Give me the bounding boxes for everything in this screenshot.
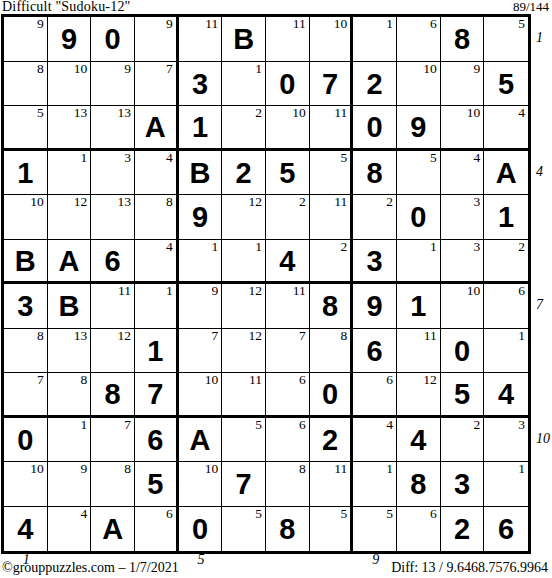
cell-hint: 13 bbox=[74, 106, 88, 121]
cell-r11c3[interactable]: 8 bbox=[91, 462, 135, 507]
col-label-1: 1 bbox=[23, 552, 30, 568]
cell-r2c5[interactable]: 3 bbox=[179, 62, 223, 107]
cell-hint: 6 bbox=[166, 507, 173, 522]
cell-r1c9[interactable]: 1 bbox=[353, 17, 397, 62]
cell-value: 8 bbox=[410, 470, 426, 499]
cell-value: 9 bbox=[367, 292, 383, 321]
cell-r4c3[interactable]: 3 bbox=[91, 151, 135, 196]
cell-hint: 12 bbox=[249, 195, 263, 210]
cell-r12c2[interactable]: 4 bbox=[48, 507, 92, 552]
cell-r10c1[interactable]: 0 bbox=[4, 418, 48, 463]
cell-r11c2[interactable]: 9 bbox=[48, 462, 92, 507]
row-label-1: 1 bbox=[536, 30, 543, 46]
cell-hint: 5 bbox=[518, 17, 525, 32]
row-label-10: 10 bbox=[536, 431, 550, 447]
cell-r7c3[interactable]: 11 bbox=[91, 284, 135, 329]
cell-r8c3[interactable]: 12 bbox=[91, 329, 135, 374]
cell-r1c10[interactable]: 6 bbox=[397, 17, 441, 62]
cell-hint: 1 bbox=[255, 62, 262, 77]
cell-r12c12[interactable]: 6 bbox=[484, 507, 528, 552]
cell-hint: 10 bbox=[205, 462, 219, 477]
cell-r4c9[interactable]: 8 bbox=[353, 151, 397, 196]
cell-hint: 3 bbox=[474, 240, 481, 255]
cell-r10c5[interactable]: A bbox=[179, 418, 223, 463]
cell-r12c3[interactable]: A bbox=[91, 507, 135, 552]
cell-r6c11[interactable]: 3 bbox=[441, 240, 485, 285]
cell-r7c5[interactable]: 9 bbox=[179, 284, 223, 329]
cell-r11c4[interactable]: 5 bbox=[135, 462, 179, 507]
cell-r5c9[interactable]: 2 bbox=[353, 195, 397, 240]
cell-r9c11[interactable]: 5 bbox=[441, 373, 485, 418]
cell-hint: 6 bbox=[430, 17, 437, 32]
cell-r5c6[interactable]: 12 bbox=[222, 195, 266, 240]
cell-r5c11[interactable]: 3 bbox=[441, 195, 485, 240]
cell-hint: 2 bbox=[299, 195, 306, 210]
cell-hint: 9 bbox=[166, 17, 173, 32]
cell-hint: 2 bbox=[474, 418, 481, 433]
cell-value: 5 bbox=[498, 70, 514, 99]
cell-value: A bbox=[145, 113, 166, 142]
cell-hint: 6 bbox=[518, 284, 525, 299]
cell-hint: 6 bbox=[299, 373, 306, 388]
cell-r2c8[interactable]: 7 bbox=[310, 62, 354, 107]
cell-hint: 5 bbox=[255, 507, 262, 522]
cell-hint: 10 bbox=[334, 17, 348, 32]
cell-r7c2[interactable]: B bbox=[48, 284, 92, 329]
cell-r7c4[interactable]: 1 bbox=[135, 284, 179, 329]
cell-r3c4[interactable]: A bbox=[135, 106, 179, 151]
cell-hint: 2 bbox=[518, 240, 525, 255]
cell-hint: 5 bbox=[37, 106, 44, 121]
cell-hint: 12 bbox=[249, 329, 263, 344]
cell-hint: 10 bbox=[423, 62, 437, 77]
sudoku-page: Difficult "Sudoku-12" 89/144 990911B1110… bbox=[0, 0, 552, 578]
cell-hint: 8 bbox=[299, 462, 306, 477]
cell-r4c11[interactable]: 4 bbox=[441, 151, 485, 196]
cell-hint: 7 bbox=[212, 329, 219, 344]
cell-r5c10[interactable]: 0 bbox=[397, 195, 441, 240]
cell-r9c12[interactable]: 4 bbox=[484, 373, 528, 418]
cell-r6c6[interactable]: 1 bbox=[222, 240, 266, 285]
cell-value: 9 bbox=[192, 203, 208, 232]
cell-value: 0 bbox=[105, 25, 121, 54]
cell-r1c8[interactable]: 10 bbox=[310, 17, 354, 62]
cell-value: B bbox=[233, 25, 254, 54]
cell-hint: 8 bbox=[341, 329, 348, 344]
cell-hint: 11 bbox=[334, 195, 347, 210]
cell-r8c4[interactable]: 1 bbox=[135, 329, 179, 374]
cell-value: 5 bbox=[147, 470, 163, 499]
cell-r7c9[interactable]: 9 bbox=[353, 284, 397, 329]
cell-r4c6[interactable]: 2 bbox=[222, 151, 266, 196]
cell-r5c1[interactable]: 10 bbox=[4, 195, 48, 240]
cell-hint: 4 bbox=[166, 151, 173, 166]
cell-value: B bbox=[190, 159, 211, 188]
cell-r11c10[interactable]: 8 bbox=[397, 462, 441, 507]
col-label-5: 5 bbox=[198, 552, 205, 568]
cell-value: 0 bbox=[454, 337, 470, 366]
cell-value: 1 bbox=[192, 113, 208, 142]
cell-hint: 4 bbox=[386, 418, 393, 433]
cell-hint: 1 bbox=[212, 240, 219, 255]
cell-hint: 1 bbox=[255, 240, 262, 255]
cell-r3c10[interactable]: 9 bbox=[397, 106, 441, 151]
cell-value: 2 bbox=[322, 426, 338, 455]
cell-r7c6[interactable]: 12 bbox=[222, 284, 266, 329]
cell-r8c11[interactable]: 0 bbox=[441, 329, 485, 374]
cell-hint: 8 bbox=[81, 373, 88, 388]
cell-r8c5[interactable]: 7 bbox=[179, 329, 223, 374]
cell-value: 5 bbox=[454, 380, 470, 409]
cell-value: 2 bbox=[454, 515, 470, 544]
cell-value: 6 bbox=[105, 247, 121, 276]
cell-hint: 8 bbox=[37, 62, 44, 77]
cell-r10c2[interactable]: 1 bbox=[48, 418, 92, 463]
cell-r1c4[interactable]: 9 bbox=[135, 17, 179, 62]
cell-hint: 9 bbox=[81, 462, 88, 477]
cell-value: A bbox=[496, 159, 517, 188]
cell-value: A bbox=[59, 247, 80, 276]
cell-hint: 9 bbox=[124, 62, 131, 77]
cell-hint: 2 bbox=[386, 195, 393, 210]
cell-value: 0 bbox=[192, 515, 208, 544]
puzzle-title: Difficult "Sudoku-12" bbox=[2, 0, 131, 15]
remaining-counter: 89/144 bbox=[513, 0, 549, 15]
cell-r12c7[interactable]: 8 bbox=[266, 507, 310, 552]
cell-value: 4 bbox=[279, 247, 295, 276]
cell-r9c1[interactable]: 7 bbox=[4, 373, 48, 418]
cell-hint: 13 bbox=[118, 106, 132, 121]
cell-r6c3[interactable]: 6 bbox=[91, 240, 135, 285]
cell-r12c10[interactable]: 6 bbox=[397, 507, 441, 552]
cell-r2c3[interactable]: 9 bbox=[91, 62, 135, 107]
cell-value: 0 bbox=[17, 426, 33, 455]
cell-hint: 13 bbox=[74, 329, 88, 344]
cell-r7c8[interactable]: 8 bbox=[310, 284, 354, 329]
cell-r12c11[interactable]: 2 bbox=[441, 507, 485, 552]
cell-hint: 12 bbox=[74, 195, 88, 210]
cell-r8c7[interactable]: 7 bbox=[266, 329, 310, 374]
cell-r9c6[interactable]: 11 bbox=[222, 373, 266, 418]
cell-r5c3[interactable]: 13 bbox=[91, 195, 135, 240]
difficulty-text: Diff: 13 / 9.6468.7576.9964 bbox=[391, 560, 548, 576]
cell-hint: 5 bbox=[341, 151, 348, 166]
cell-r1c7[interactable]: 11 bbox=[266, 17, 310, 62]
cell-value: 3 bbox=[454, 470, 470, 499]
cell-r12c9[interactable]: 5 bbox=[353, 507, 397, 552]
cell-r8c1[interactable]: 8 bbox=[4, 329, 48, 374]
cell-hint: 4 bbox=[81, 507, 88, 522]
cell-hint: 9 bbox=[37, 17, 44, 32]
cell-r4c4[interactable]: 4 bbox=[135, 151, 179, 196]
cell-hint: 7 bbox=[124, 418, 131, 433]
cell-r10c9[interactable]: 4 bbox=[353, 418, 397, 463]
cell-hint: 9 bbox=[474, 62, 481, 77]
cell-hint: 3 bbox=[124, 151, 131, 166]
cell-r6c2[interactable]: A bbox=[48, 240, 92, 285]
cell-r10c7[interactable]: 6 bbox=[266, 418, 310, 463]
cell-value: 7 bbox=[236, 470, 252, 499]
cell-r11c8[interactable]: 11 bbox=[310, 462, 354, 507]
cell-r12c5[interactable]: 0 bbox=[179, 507, 223, 552]
cell-value: 2 bbox=[236, 159, 252, 188]
cell-r7c7[interactable]: 11 bbox=[266, 284, 310, 329]
cell-value: 8 bbox=[454, 25, 470, 54]
cell-r8c8[interactable]: 8 bbox=[310, 329, 354, 374]
cell-r1c11[interactable]: 8 bbox=[441, 17, 485, 62]
cell-hint: 10 bbox=[292, 106, 306, 121]
cell-r3c6[interactable]: 2 bbox=[222, 106, 266, 151]
cell-r10c6[interactable]: 5 bbox=[222, 418, 266, 463]
cell-hint: 6 bbox=[386, 373, 393, 388]
sudoku-board: 990911B111016858109731072109551313A12101… bbox=[1, 14, 531, 554]
cell-r12c1[interactable]: 4 bbox=[4, 507, 48, 552]
cell-hint: 10 bbox=[30, 462, 44, 477]
cell-r11c7[interactable]: 8 bbox=[266, 462, 310, 507]
cell-hint: 11 bbox=[205, 17, 218, 32]
cell-r12c8[interactable]: 5 bbox=[310, 507, 354, 552]
cell-hint: 9 bbox=[212, 284, 219, 299]
cell-value: 9 bbox=[61, 25, 77, 54]
cell-hint: 4 bbox=[518, 106, 525, 121]
cell-r12c4[interactable]: 6 bbox=[135, 507, 179, 552]
cell-r8c2[interactable]: 13 bbox=[48, 329, 92, 374]
cell-r4c8[interactable]: 5 bbox=[310, 151, 354, 196]
cell-r4c2[interactable]: 1 bbox=[48, 151, 92, 196]
cell-r11c11[interactable]: 3 bbox=[441, 462, 485, 507]
cell-r4c7[interactable]: 5 bbox=[266, 151, 310, 196]
cell-r11c1[interactable]: 10 bbox=[4, 462, 48, 507]
cell-r4c12[interactable]: A bbox=[484, 151, 528, 196]
cell-r3c5[interactable]: 1 bbox=[179, 106, 223, 151]
cell-r3c1[interactable]: 5 bbox=[4, 106, 48, 151]
cell-r6c9[interactable]: 3 bbox=[353, 240, 397, 285]
cell-value: B bbox=[59, 292, 80, 321]
cell-r8c6[interactable]: 12 bbox=[222, 329, 266, 374]
cell-hint: 12 bbox=[423, 373, 437, 388]
cell-hint: 1 bbox=[81, 418, 88, 433]
cell-hint: 7 bbox=[299, 329, 306, 344]
cell-value: A bbox=[102, 515, 123, 544]
cell-r6c4[interactable]: 4 bbox=[135, 240, 179, 285]
cell-r3c2[interactable]: 13 bbox=[48, 106, 92, 151]
cell-r3c9[interactable]: 0 bbox=[353, 106, 397, 151]
cell-value: 5 bbox=[279, 159, 295, 188]
cell-hint: 13 bbox=[118, 195, 132, 210]
cell-r3c3[interactable]: 13 bbox=[91, 106, 135, 151]
col-label-9: 9 bbox=[372, 552, 379, 568]
cell-hint: 8 bbox=[124, 462, 131, 477]
cell-hint: 2 bbox=[341, 240, 348, 255]
cell-value: 0 bbox=[367, 113, 383, 142]
cell-hint: 1 bbox=[518, 462, 525, 477]
cell-hint: 11 bbox=[118, 284, 131, 299]
cell-r2c7[interactable]: 0 bbox=[266, 62, 310, 107]
cell-hint: 5 bbox=[341, 507, 348, 522]
cell-value: 1 bbox=[147, 337, 163, 366]
cell-hint: 10 bbox=[74, 62, 88, 77]
cell-hint: 12 bbox=[249, 284, 263, 299]
cell-r9c2[interactable]: 8 bbox=[48, 373, 92, 418]
cell-r10c4[interactable]: 6 bbox=[135, 418, 179, 463]
cell-hint: 8 bbox=[166, 195, 173, 210]
cell-hint: 11 bbox=[293, 17, 306, 32]
cell-hint: 1 bbox=[386, 17, 393, 32]
cell-r1c6[interactable]: B bbox=[222, 17, 266, 62]
cell-r11c9[interactable]: 1 bbox=[353, 462, 397, 507]
cell-value: 8 bbox=[279, 515, 295, 544]
cell-hint: 1 bbox=[166, 284, 173, 299]
row-label-4: 4 bbox=[536, 164, 543, 180]
cell-value: 9 bbox=[410, 113, 426, 142]
cell-value: 1 bbox=[410, 292, 426, 321]
cell-r5c7[interactable]: 2 bbox=[266, 195, 310, 240]
cell-value: 4 bbox=[410, 426, 426, 455]
cell-value: 8 bbox=[367, 159, 383, 188]
cell-r2c10[interactable]: 10 bbox=[397, 62, 441, 107]
cell-hint: 1 bbox=[81, 151, 88, 166]
cell-hint: 3 bbox=[474, 195, 481, 210]
cell-r5c2[interactable]: 12 bbox=[48, 195, 92, 240]
cell-r3c11[interactable]: 10 bbox=[441, 106, 485, 151]
cell-hint: 5 bbox=[386, 507, 393, 522]
cell-r11c5[interactable]: 10 bbox=[179, 462, 223, 507]
cell-value: 6 bbox=[367, 337, 383, 366]
row-label-7: 7 bbox=[536, 297, 543, 313]
cell-r5c5[interactable]: 9 bbox=[179, 195, 223, 240]
cell-r10c10[interactable]: 4 bbox=[397, 418, 441, 463]
cell-value: 4 bbox=[498, 380, 514, 409]
cell-r7c11[interactable]: 10 bbox=[441, 284, 485, 329]
cell-value: A bbox=[190, 426, 211, 455]
cell-r10c12[interactable]: 3 bbox=[484, 418, 528, 463]
cell-r8c12[interactable]: 1 bbox=[484, 329, 528, 374]
cell-r4c1[interactable]: 1 bbox=[4, 151, 48, 196]
cell-r9c5[interactable]: 10 bbox=[179, 373, 223, 418]
cell-r5c8[interactable]: 11 bbox=[310, 195, 354, 240]
cell-hint: 1 bbox=[518, 329, 525, 344]
cell-value: B bbox=[15, 247, 36, 276]
cell-hint: 11 bbox=[249, 373, 262, 388]
cell-value: 0 bbox=[410, 203, 426, 232]
cell-r9c4[interactable]: 7 bbox=[135, 373, 179, 418]
cell-r10c8[interactable]: 2 bbox=[310, 418, 354, 463]
cell-r2c1[interactable]: 8 bbox=[4, 62, 48, 107]
cell-value: 7 bbox=[322, 70, 338, 99]
cell-value: 1 bbox=[498, 203, 514, 232]
cell-r3c8[interactable]: 11 bbox=[310, 106, 354, 151]
cell-value: 4 bbox=[17, 515, 33, 544]
cell-hint: 12 bbox=[118, 329, 132, 344]
cell-hint: 1 bbox=[386, 462, 393, 477]
cell-hint: 5 bbox=[430, 151, 437, 166]
cell-value: 2 bbox=[367, 70, 383, 99]
cell-r2c4[interactable]: 7 bbox=[135, 62, 179, 107]
cell-r5c4[interactable]: 8 bbox=[135, 195, 179, 240]
cell-r2c11[interactable]: 9 bbox=[441, 62, 485, 107]
cell-value: 7 bbox=[147, 380, 163, 409]
cell-hint: 5 bbox=[255, 418, 262, 433]
cell-r12c6[interactable]: 5 bbox=[222, 507, 266, 552]
cell-r1c5[interactable]: 11 bbox=[179, 17, 223, 62]
cell-r9c8[interactable]: 0 bbox=[310, 373, 354, 418]
cell-hint: 10 bbox=[30, 195, 44, 210]
cell-hint: 6 bbox=[430, 507, 437, 522]
cell-r1c2[interactable]: 9 bbox=[48, 17, 92, 62]
cell-r6c8[interactable]: 2 bbox=[310, 240, 354, 285]
cell-r4c10[interactable]: 5 bbox=[397, 151, 441, 196]
cell-r11c6[interactable]: 7 bbox=[222, 462, 266, 507]
cell-r6c5[interactable]: 1 bbox=[179, 240, 223, 285]
cell-r1c3[interactable]: 0 bbox=[91, 17, 135, 62]
cell-r3c7[interactable]: 10 bbox=[266, 106, 310, 151]
cell-r7c12[interactable]: 6 bbox=[484, 284, 528, 329]
cell-value: 1 bbox=[17, 159, 33, 188]
cell-hint: 2 bbox=[255, 106, 262, 121]
cell-r10c3[interactable]: 7 bbox=[91, 418, 135, 463]
cell-r10c11[interactable]: 2 bbox=[441, 418, 485, 463]
cell-r9c9[interactable]: 6 bbox=[353, 373, 397, 418]
cell-hint: 7 bbox=[37, 373, 44, 388]
cell-value: 0 bbox=[279, 70, 295, 99]
cell-value: 3 bbox=[367, 247, 383, 276]
cell-hint: 10 bbox=[467, 284, 481, 299]
cell-r9c3[interactable]: 8 bbox=[91, 373, 135, 418]
cell-hint: 11 bbox=[334, 462, 347, 477]
cell-hint: 8 bbox=[37, 329, 44, 344]
cell-value: 6 bbox=[498, 515, 514, 544]
cell-hint: 10 bbox=[467, 106, 481, 121]
cell-hint: 1 bbox=[430, 240, 437, 255]
cell-r2c12[interactable]: 5 bbox=[484, 62, 528, 107]
cell-r8c9[interactable]: 6 bbox=[353, 329, 397, 374]
cell-value: 3 bbox=[192, 70, 208, 99]
cell-r6c10[interactable]: 1 bbox=[397, 240, 441, 285]
cell-hint: 3 bbox=[518, 418, 525, 433]
cell-r4c5[interactable]: B bbox=[179, 151, 223, 196]
cell-hint: 4 bbox=[166, 240, 173, 255]
cell-r9c10[interactable]: 12 bbox=[397, 373, 441, 418]
cell-r2c6[interactable]: 1 bbox=[222, 62, 266, 107]
cell-r7c10[interactable]: 1 bbox=[397, 284, 441, 329]
cell-r2c9[interactable]: 2 bbox=[353, 62, 397, 107]
cell-value: 0 bbox=[322, 380, 338, 409]
cell-hint: 6 bbox=[299, 418, 306, 433]
cell-r5c12[interactable]: 1 bbox=[484, 195, 528, 240]
cell-r1c12[interactable]: 5 bbox=[484, 17, 528, 62]
cell-value: 3 bbox=[17, 292, 33, 321]
cell-hint: 11 bbox=[334, 106, 347, 121]
cell-value: 8 bbox=[105, 380, 121, 409]
cell-hint: 11 bbox=[424, 329, 437, 344]
cell-r11c12[interactable]: 1 bbox=[484, 462, 528, 507]
cell-hint: 7 bbox=[166, 62, 173, 77]
cell-value: 8 bbox=[322, 292, 338, 321]
cell-hint: 10 bbox=[205, 373, 219, 388]
cell-r2c2[interactable]: 10 bbox=[48, 62, 92, 107]
cell-hint: 11 bbox=[293, 284, 306, 299]
cell-r6c1[interactable]: B bbox=[4, 240, 48, 285]
cell-r6c7[interactable]: 4 bbox=[266, 240, 310, 285]
cell-r1c1[interactable]: 9 bbox=[4, 17, 48, 62]
cell-r9c7[interactable]: 6 bbox=[266, 373, 310, 418]
cell-hint: 4 bbox=[474, 151, 481, 166]
cell-r3c12[interactable]: 4 bbox=[484, 106, 528, 151]
cell-value: 6 bbox=[147, 426, 163, 455]
cell-r6c12[interactable]: 2 bbox=[484, 240, 528, 285]
cell-r8c10[interactable]: 11 bbox=[397, 329, 441, 374]
cell-r7c1[interactable]: 3 bbox=[4, 284, 48, 329]
